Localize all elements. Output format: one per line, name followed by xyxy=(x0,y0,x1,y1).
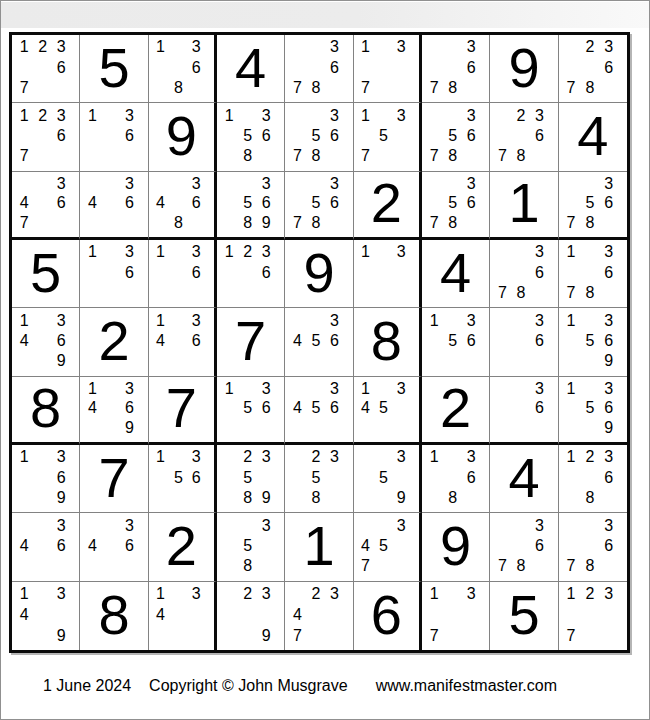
candidate-digit: 3 xyxy=(530,242,548,262)
candidate-digit: 8 xyxy=(307,488,325,508)
cell-r3c9[interactable]: 35678 xyxy=(559,172,627,240)
cell-r8c7[interactable]: 9 xyxy=(422,513,490,581)
pencil-marks: 35678 xyxy=(425,174,480,233)
candidate-digit: 4 xyxy=(357,536,375,556)
pencil-marks: 23678 xyxy=(562,37,618,98)
candidate-digit: 1 xyxy=(562,310,581,330)
cell-r5c9[interactable]: 13569 xyxy=(559,308,627,376)
candidate-digit: 2 xyxy=(512,105,530,125)
candidate-digit: 3 xyxy=(462,37,480,57)
given-digit: 5 xyxy=(80,35,147,102)
pencil-marks: 13 xyxy=(357,242,410,303)
candidate-digit: 7 xyxy=(15,213,33,233)
given-digit: 9 xyxy=(149,103,214,170)
candidate-digit: 2 xyxy=(33,37,51,57)
candidate-digit: 5 xyxy=(443,193,461,213)
candidate-digit: 3 xyxy=(52,447,70,467)
cell-r4c4[interactable]: 1236 xyxy=(217,240,285,308)
candidate-digit: 3 xyxy=(120,379,138,399)
candidate-digit: 6 xyxy=(257,193,275,213)
candidate-digit: 3 xyxy=(530,515,548,535)
candidate-digit: 3 xyxy=(599,515,618,535)
candidate-digit: 1 xyxy=(83,105,101,125)
pencil-marks: 23589 xyxy=(220,447,275,508)
cell-r6c1[interactable]: 8 xyxy=(12,377,80,445)
candidate-digit: 3 xyxy=(52,310,70,330)
candidate-digit: 6 xyxy=(52,193,70,213)
cell-r4c8[interactable]: 3678 xyxy=(490,240,558,308)
candidate-digit: 3 xyxy=(325,584,343,605)
given-digit: 9 xyxy=(422,513,489,580)
pencil-marks: 346 xyxy=(83,174,138,233)
candidate-digit: 5 xyxy=(307,398,325,418)
candidate-digit: 9 xyxy=(257,213,275,233)
candidate-digit: 6 xyxy=(462,331,480,351)
candidate-digit: 6 xyxy=(257,262,275,282)
candidate-digit: 3 xyxy=(120,105,138,125)
candidate-digit: 6 xyxy=(52,467,70,487)
candidate-digit: 1 xyxy=(152,37,170,57)
cell-r2c2[interactable]: 136 xyxy=(80,103,148,171)
pencil-marks: 1368 xyxy=(152,37,205,98)
candidate-digit: 6 xyxy=(325,398,343,418)
cell-r5c7[interactable]: 1356 xyxy=(422,308,490,376)
candidate-digit: 6 xyxy=(530,536,548,556)
cell-r5c1[interactable]: 13469 xyxy=(12,308,80,376)
candidate-digit: 6 xyxy=(120,126,138,146)
candidate-digit: 5 xyxy=(238,467,256,487)
candidate-digit: 1 xyxy=(220,379,238,399)
candidate-digit: 8 xyxy=(443,488,461,508)
cell-r5c2[interactable]: 2 xyxy=(80,308,148,376)
candidate-digit: 1 xyxy=(357,37,375,57)
candidate-digit: 6 xyxy=(257,126,275,146)
candidate-digit: 3 xyxy=(392,515,410,535)
candidate-digit: 4 xyxy=(152,331,170,351)
given-digit: 2 xyxy=(354,172,419,237)
candidate-digit: 3 xyxy=(257,447,275,467)
candidate-digit: 4 xyxy=(288,331,306,351)
candidate-digit: 1 xyxy=(152,584,170,605)
candidate-digit: 4 xyxy=(83,193,101,213)
pencil-marks: 3678 xyxy=(562,515,618,576)
pencil-marks: 3457 xyxy=(357,515,410,576)
candidate-digit: 6 xyxy=(462,467,480,487)
candidate-digit: 7 xyxy=(288,78,306,98)
pencil-marks: 1236 xyxy=(220,242,275,303)
candidate-digit: 1 xyxy=(357,379,375,399)
cell-r9c6[interactable]: 6 xyxy=(354,582,422,650)
given-digit: 8 xyxy=(12,377,79,442)
candidate-digit: 4 xyxy=(83,536,101,556)
candidate-digit: 3 xyxy=(257,584,275,605)
candidate-digit: 6 xyxy=(325,126,343,146)
candidate-digit: 5 xyxy=(374,126,392,146)
cell-r9c5[interactable]: 2347 xyxy=(285,582,353,650)
candidate-digit: 3 xyxy=(599,379,618,399)
cell-r1c6[interactable]: 137 xyxy=(354,35,422,103)
pencil-marks: 1345 xyxy=(357,379,410,438)
candidate-digit: 6 xyxy=(462,57,480,77)
cell-r4c7[interactable]: 4 xyxy=(422,240,490,308)
cell-r7c3[interactable]: 1356 xyxy=(149,445,217,513)
cell-r1c5[interactable]: 3678 xyxy=(285,35,353,103)
cell-r2c9[interactable]: 4 xyxy=(559,103,627,171)
pencil-marks: 1356 xyxy=(152,447,205,508)
pencil-marks: 35678 xyxy=(425,105,480,166)
candidate-digit: 5 xyxy=(238,398,256,418)
cell-r5c8[interactable]: 36 xyxy=(490,308,558,376)
cell-r8c5[interactable]: 1 xyxy=(285,513,353,581)
cell-r9c2[interactable]: 8 xyxy=(80,582,148,650)
pencil-marks: 3468 xyxy=(152,174,205,233)
candidate-digit: 3 xyxy=(120,242,138,262)
given-digit: 5 xyxy=(490,582,557,650)
top-band xyxy=(1,2,649,28)
candidate-digit: 8 xyxy=(238,146,256,166)
pencil-marks: 137 xyxy=(425,584,480,646)
pencil-marks: 1369 xyxy=(15,447,70,508)
candidate-digit: 6 xyxy=(120,193,138,213)
candidate-digit: 3 xyxy=(257,105,275,125)
candidate-digit: 1 xyxy=(15,37,33,57)
footer: 1 June 2024Copyright © John Musgravewww.… xyxy=(43,677,557,695)
cell-r1c4[interactable]: 4 xyxy=(217,35,285,103)
candidate-digit: 8 xyxy=(443,213,461,233)
cell-r4c9[interactable]: 13678 xyxy=(559,240,627,308)
candidate-digit: 2 xyxy=(33,105,51,125)
candidate-digit: 6 xyxy=(120,398,138,418)
candidate-digit: 9 xyxy=(120,418,138,438)
cell-r9c8[interactable]: 5 xyxy=(490,582,558,650)
cell-r2c5[interactable]: 35678 xyxy=(285,103,353,171)
pencil-marks: 13568 xyxy=(220,105,275,166)
candidate-digit: 5 xyxy=(443,331,461,351)
pencil-marks: 13469 xyxy=(15,310,70,371)
candidate-digit: 3 xyxy=(325,37,343,57)
cell-r7c5[interactable]: 2358 xyxy=(285,445,353,513)
candidate-digit: 4 xyxy=(288,604,306,625)
pencil-marks: 3456 xyxy=(288,310,343,371)
cell-r3c3[interactable]: 3468 xyxy=(149,172,217,240)
candidate-digit: 7 xyxy=(562,213,581,233)
pencil-marks: 35678 xyxy=(288,174,343,233)
cell-r2c1[interactable]: 12367 xyxy=(12,103,80,171)
candidate-digit: 6 xyxy=(599,193,618,213)
candidate-digit: 9 xyxy=(52,351,70,371)
footer-copyright: Copyright © John Musgrave xyxy=(149,677,348,694)
candidate-digit: 3 xyxy=(52,174,70,194)
cell-r9c3[interactable]: 134 xyxy=(149,582,217,650)
candidate-digit: 7 xyxy=(493,146,511,166)
cell-r8c9[interactable]: 3678 xyxy=(559,513,627,581)
candidate-digit: 6 xyxy=(120,536,138,556)
cell-r6c7[interactable]: 2 xyxy=(422,377,490,445)
pencil-marks: 1237 xyxy=(562,584,618,646)
candidate-digit: 9 xyxy=(257,625,275,646)
sudoku-board: 1236751368436781373678923678123671369135… xyxy=(9,32,630,653)
given-digit: 1 xyxy=(285,513,352,580)
pencil-marks: 134 xyxy=(152,584,205,646)
cell-r3c7[interactable]: 35678 xyxy=(422,172,490,240)
candidate-digit: 6 xyxy=(257,398,275,418)
cell-r9c4[interactable]: 239 xyxy=(217,582,285,650)
pencil-marks: 239 xyxy=(220,584,275,646)
candidate-digit: 6 xyxy=(599,398,618,418)
cell-r5c5[interactable]: 3456 xyxy=(285,308,353,376)
cell-r1c8[interactable]: 9 xyxy=(490,35,558,103)
candidate-digit: 1 xyxy=(152,242,170,262)
candidate-digit: 8 xyxy=(580,283,599,303)
candidate-digit: 4 xyxy=(15,193,33,213)
cell-r5c3[interactable]: 1346 xyxy=(149,308,217,376)
candidate-digit: 3 xyxy=(325,174,343,194)
cell-r8c2[interactable]: 346 xyxy=(80,513,148,581)
candidate-digit: 3 xyxy=(325,379,343,399)
given-digit: 9 xyxy=(490,35,557,102)
cell-r7c2[interactable]: 7 xyxy=(80,445,148,513)
candidate-digit: 4 xyxy=(15,331,33,351)
candidate-digit: 7 xyxy=(425,213,443,233)
cell-r4c6[interactable]: 13 xyxy=(354,240,422,308)
cell-r5c4[interactable]: 7 xyxy=(217,308,285,376)
cell-r2c7[interactable]: 35678 xyxy=(422,103,490,171)
footer-website: www.manifestmaster.com xyxy=(376,677,557,694)
cell-r3c1[interactable]: 3467 xyxy=(12,172,80,240)
candidate-digit: 9 xyxy=(392,488,410,508)
cell-r9c7[interactable]: 137 xyxy=(422,582,490,650)
cell-r6c8[interactable]: 36 xyxy=(490,377,558,445)
candidate-digit: 9 xyxy=(52,625,70,646)
candidate-digit: 8 xyxy=(169,78,187,98)
cell-r8c6[interactable]: 3457 xyxy=(354,513,422,581)
cell-r2c3[interactable]: 9 xyxy=(149,103,217,171)
candidate-digit: 3 xyxy=(120,515,138,535)
candidate-digit: 8 xyxy=(307,146,325,166)
candidate-digit: 1 xyxy=(15,310,33,330)
candidate-digit: 3 xyxy=(530,105,548,125)
candidate-digit: 8 xyxy=(512,146,530,166)
candidate-digit: 6 xyxy=(462,193,480,213)
candidate-digit: 5 xyxy=(238,193,256,213)
candidate-digit: 3 xyxy=(325,447,343,467)
cell-r6c4[interactable]: 1356 xyxy=(217,377,285,445)
candidate-digit: 3 xyxy=(257,515,275,535)
cell-r5c6[interactable]: 8 xyxy=(354,308,422,376)
pencil-marks: 1349 xyxy=(15,584,70,646)
candidate-digit: 2 xyxy=(307,584,325,605)
candidate-digit: 1 xyxy=(83,242,101,262)
pencil-marks: 1356 xyxy=(220,379,275,438)
candidate-digit: 8 xyxy=(512,283,530,303)
cell-r7c9[interactable]: 12368 xyxy=(559,445,627,513)
candidate-digit: 3 xyxy=(462,584,480,605)
cell-r4c5[interactable]: 9 xyxy=(285,240,353,308)
candidate-digit: 3 xyxy=(599,584,618,605)
candidate-digit: 5 xyxy=(374,536,392,556)
footer-date: 1 June 2024 xyxy=(43,677,131,694)
page: 1236751368436781373678923678123671369135… xyxy=(0,0,650,720)
cell-r4c2[interactable]: 136 xyxy=(80,240,148,308)
pencil-marks: 35689 xyxy=(220,174,275,233)
cell-r3c2[interactable]: 346 xyxy=(80,172,148,240)
candidate-digit: 7 xyxy=(562,556,581,576)
candidate-digit: 8 xyxy=(580,78,599,98)
pencil-marks: 36 xyxy=(493,310,548,371)
candidate-digit: 6 xyxy=(462,126,480,146)
candidate-digit: 6 xyxy=(187,331,205,351)
candidate-digit: 5 xyxy=(580,398,599,418)
candidate-digit: 5 xyxy=(307,467,325,487)
candidate-digit: 2 xyxy=(238,584,256,605)
candidate-digit: 3 xyxy=(120,174,138,194)
candidate-digit: 6 xyxy=(187,467,205,487)
candidate-digit: 1 xyxy=(425,447,443,467)
cell-r8c8[interactable]: 3678 xyxy=(490,513,558,581)
cell-r1c3[interactable]: 1368 xyxy=(149,35,217,103)
candidate-digit: 4 xyxy=(83,398,101,418)
candidate-digit: 4 xyxy=(15,604,33,625)
cell-r7c8[interactable]: 4 xyxy=(490,445,558,513)
candidate-digit: 9 xyxy=(257,488,275,508)
candidate-digit: 8 xyxy=(169,213,187,233)
cell-r3c5[interactable]: 35678 xyxy=(285,172,353,240)
given-digit: 2 xyxy=(149,513,214,580)
candidate-digit: 7 xyxy=(288,213,306,233)
cell-r1c9[interactable]: 23678 xyxy=(559,35,627,103)
cell-r4c3[interactable]: 136 xyxy=(149,240,217,308)
candidate-digit: 6 xyxy=(599,331,618,351)
cell-r2c4[interactable]: 13568 xyxy=(217,103,285,171)
candidate-digit: 3 xyxy=(530,310,548,330)
cell-r3c6[interactable]: 2 xyxy=(354,172,422,240)
candidate-digit: 8 xyxy=(443,146,461,166)
cell-r3c4[interactable]: 35689 xyxy=(217,172,285,240)
cell-r1c1[interactable]: 12367 xyxy=(12,35,80,103)
candidate-digit: 6 xyxy=(52,57,70,77)
pencil-marks: 35678 xyxy=(562,174,618,233)
given-digit: 7 xyxy=(80,445,147,512)
candidate-digit: 6 xyxy=(52,331,70,351)
cell-r8c3[interactable]: 2 xyxy=(149,513,217,581)
candidate-digit: 6 xyxy=(530,126,548,146)
pencil-marks: 3678 xyxy=(425,37,480,98)
candidate-digit: 5 xyxy=(307,331,325,351)
pencil-marks: 346 xyxy=(15,515,70,576)
candidate-digit: 4 xyxy=(15,536,33,556)
pencil-marks: 13678 xyxy=(562,242,618,303)
pencil-marks: 13469 xyxy=(83,379,138,438)
candidate-digit: 7 xyxy=(493,283,511,303)
cell-r9c9[interactable]: 1237 xyxy=(559,582,627,650)
candidate-digit: 1 xyxy=(152,447,170,467)
pencil-marks: 3678 xyxy=(493,515,548,576)
cell-r8c4[interactable]: 358 xyxy=(217,513,285,581)
pencil-marks: 13569 xyxy=(562,379,618,438)
cell-r7c4[interactable]: 23589 xyxy=(217,445,285,513)
cell-r7c1[interactable]: 1369 xyxy=(12,445,80,513)
cell-r9c1[interactable]: 1349 xyxy=(12,582,80,650)
candidate-digit: 6 xyxy=(325,193,343,213)
cell-r1c7[interactable]: 3678 xyxy=(422,35,490,103)
cell-r6c5[interactable]: 3456 xyxy=(285,377,353,445)
candidate-digit: 8 xyxy=(238,213,256,233)
candidate-digit: 3 xyxy=(392,37,410,57)
cell-r4c1[interactable]: 5 xyxy=(12,240,80,308)
pencil-marks: 12368 xyxy=(562,447,618,508)
given-digit: 6 xyxy=(354,582,419,650)
cell-r2c8[interactable]: 23678 xyxy=(490,103,558,171)
candidate-digit: 6 xyxy=(187,193,205,213)
cell-r6c3[interactable]: 7 xyxy=(149,377,217,445)
candidate-digit: 1 xyxy=(15,105,33,125)
candidate-digit: 2 xyxy=(580,447,599,467)
candidate-digit: 3 xyxy=(257,174,275,194)
candidate-digit: 6 xyxy=(325,331,343,351)
candidate-digit: 2 xyxy=(580,37,599,57)
candidate-digit: 6 xyxy=(599,536,618,556)
candidate-digit: 1 xyxy=(83,379,101,399)
candidate-digit: 3 xyxy=(462,447,480,467)
cell-r6c9[interactable]: 13569 xyxy=(559,377,627,445)
candidate-digit: 1 xyxy=(357,242,375,262)
candidate-digit: 8 xyxy=(580,556,599,576)
pencil-marks: 136 xyxy=(83,242,138,303)
candidate-digit: 9 xyxy=(599,351,618,371)
candidate-digit: 3 xyxy=(187,447,205,467)
candidate-digit: 3 xyxy=(52,37,70,57)
candidate-digit: 7 xyxy=(562,283,581,303)
cell-r7c6[interactable]: 359 xyxy=(354,445,422,513)
given-digit: 1 xyxy=(490,172,557,237)
candidate-digit: 3 xyxy=(187,174,205,194)
candidate-digit: 3 xyxy=(392,447,410,467)
candidate-digit: 5 xyxy=(374,398,392,418)
candidate-digit: 7 xyxy=(493,556,511,576)
candidate-digit: 7 xyxy=(425,625,443,646)
candidate-digit: 1 xyxy=(220,105,238,125)
given-digit: 8 xyxy=(80,582,147,650)
cell-r7c7[interactable]: 1368 xyxy=(422,445,490,513)
candidate-digit: 7 xyxy=(562,625,581,646)
candidate-digit: 4 xyxy=(152,193,170,213)
candidate-digit: 3 xyxy=(599,37,618,57)
cell-r3c8[interactable]: 1 xyxy=(490,172,558,240)
candidate-digit: 3 xyxy=(599,242,618,262)
cell-r8c1[interactable]: 346 xyxy=(12,513,80,581)
cell-r2c6[interactable]: 1357 xyxy=(354,103,422,171)
candidate-digit: 3 xyxy=(187,242,205,262)
candidate-digit: 5 xyxy=(169,467,187,487)
pencil-marks: 36 xyxy=(493,379,548,438)
pencil-marks: 3678 xyxy=(493,242,548,303)
given-digit: 4 xyxy=(559,103,627,170)
cell-r6c6[interactable]: 1345 xyxy=(354,377,422,445)
pencil-marks: 358 xyxy=(220,515,275,576)
candidate-digit: 3 xyxy=(257,242,275,262)
cell-r1c2[interactable]: 5 xyxy=(80,35,148,103)
candidate-digit: 4 xyxy=(288,398,306,418)
candidate-digit: 3 xyxy=(257,379,275,399)
candidate-digit: 9 xyxy=(599,418,618,438)
candidate-digit: 6 xyxy=(325,57,343,77)
cell-r6c2[interactable]: 13469 xyxy=(80,377,148,445)
candidate-digit: 7 xyxy=(425,146,443,166)
candidate-digit: 2 xyxy=(580,584,599,605)
given-digit: 8 xyxy=(354,308,419,375)
candidate-digit: 8 xyxy=(580,213,599,233)
candidate-digit: 7 xyxy=(562,78,581,98)
